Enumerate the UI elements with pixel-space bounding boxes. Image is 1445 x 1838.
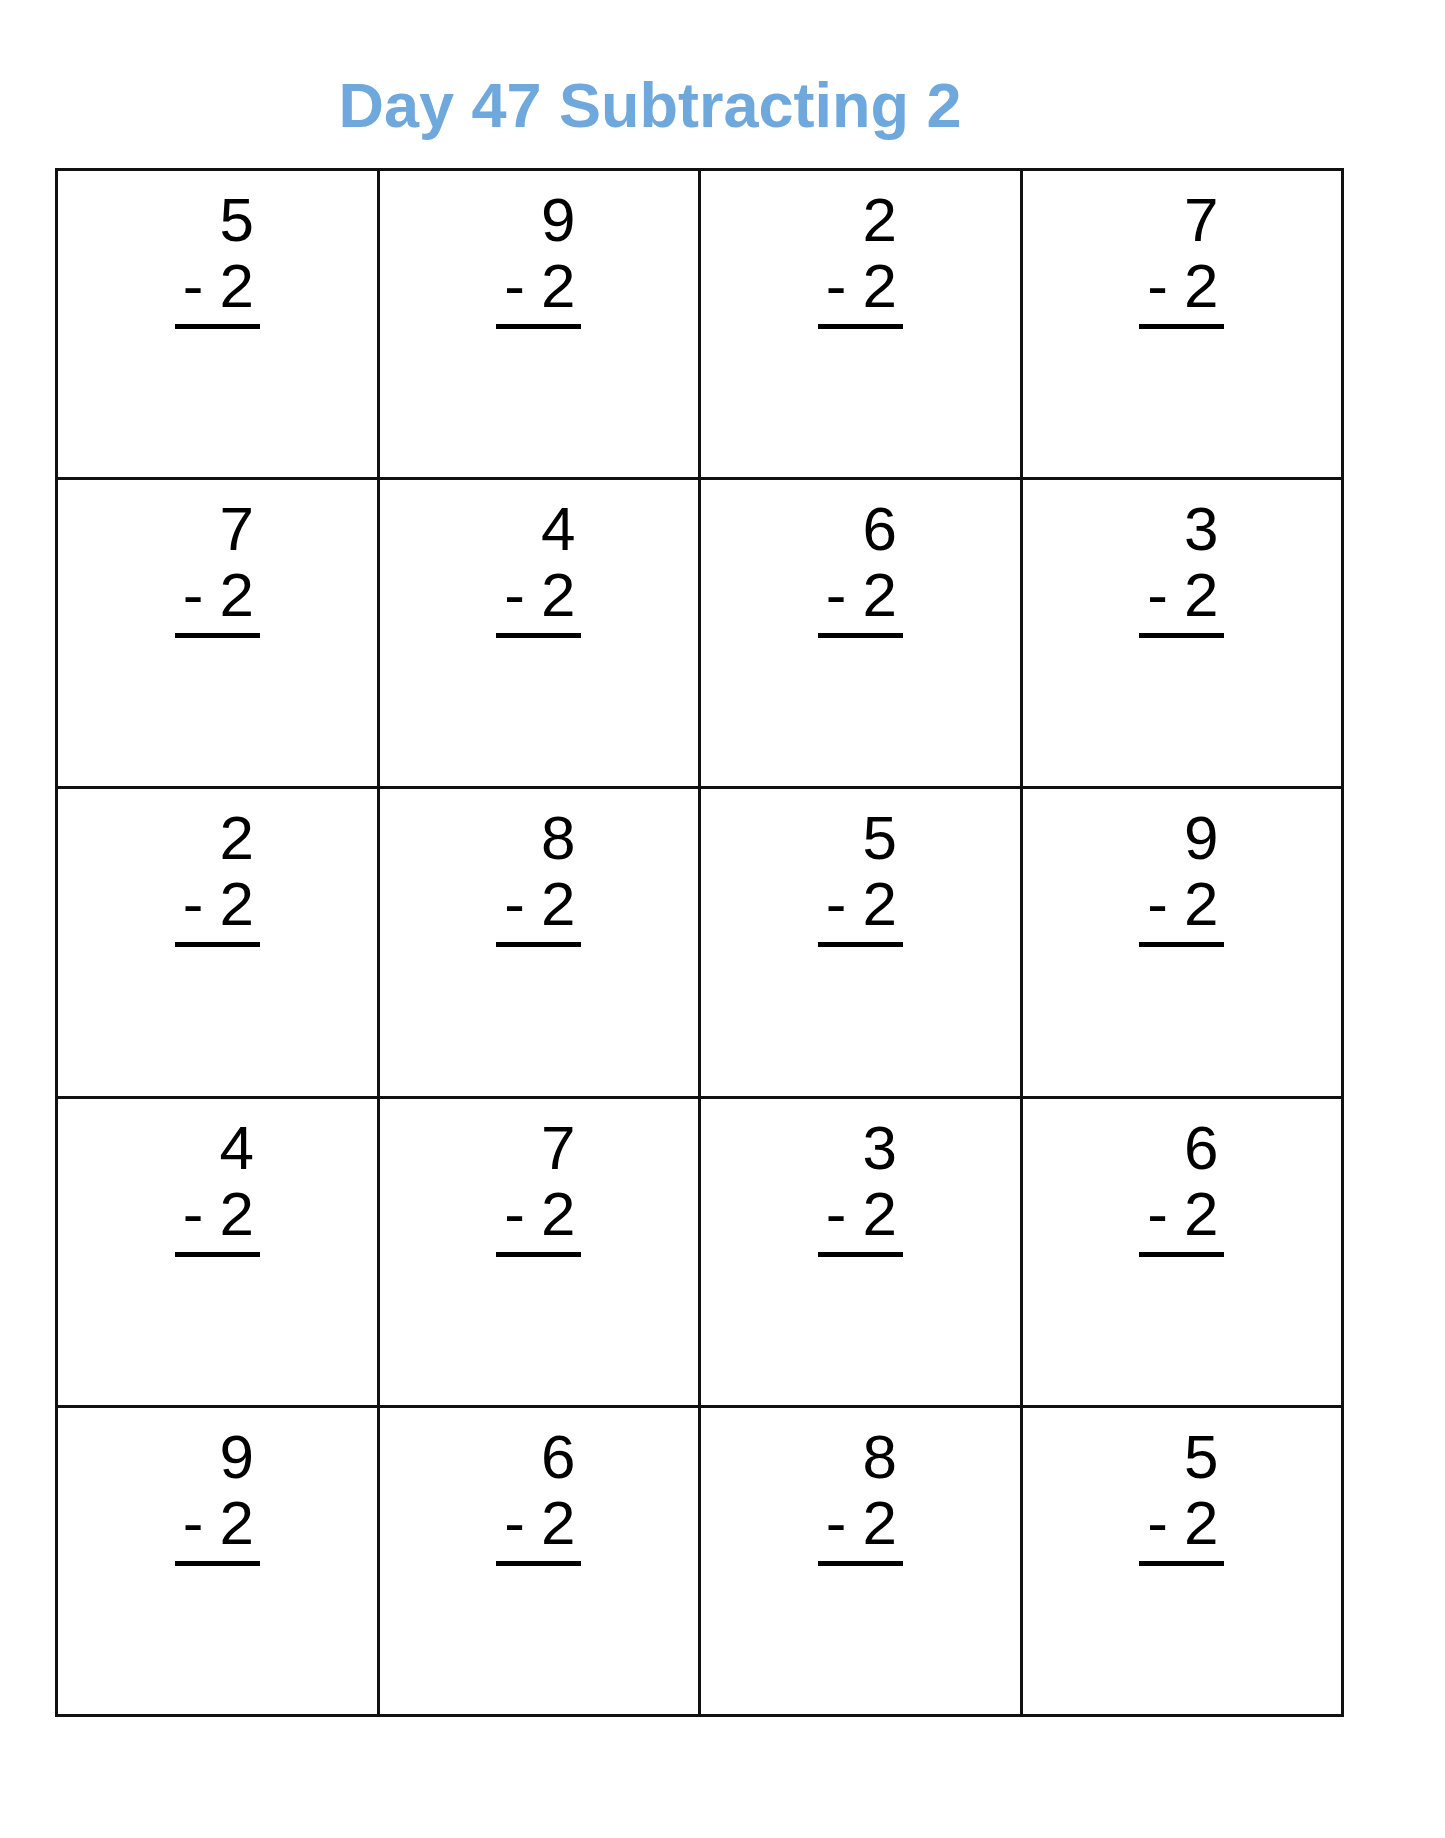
problem-cell: 9-2 xyxy=(1023,789,1342,1095)
subtrahend-line: -2 xyxy=(1139,1181,1224,1257)
subtrahend-line: -2 xyxy=(496,1181,581,1257)
subtrahend-line: -2 xyxy=(818,253,903,329)
minuend: 2 xyxy=(818,187,903,253)
subtrahend-line: -2 xyxy=(818,1490,903,1566)
subtraction-problem: 7-2 xyxy=(496,1115,581,1377)
subtraction-problem: 4-2 xyxy=(175,1115,260,1377)
minus-sign: - xyxy=(1147,560,1168,629)
problem-cell: 6-2 xyxy=(380,1408,699,1714)
problem-cell: 6-2 xyxy=(701,480,1020,786)
minuend: 6 xyxy=(1139,1115,1224,1181)
subtraction-problem: 8-2 xyxy=(496,805,581,1067)
answer-space xyxy=(818,1257,903,1377)
minuend: 7 xyxy=(1139,187,1224,253)
subtrahend: 2 xyxy=(1184,251,1218,320)
answer-space xyxy=(175,638,260,758)
minuend: 8 xyxy=(818,1424,903,1490)
problem-cell: 7-2 xyxy=(58,480,377,786)
subtrahend-line: -2 xyxy=(175,871,260,947)
problem-cell: 8-2 xyxy=(380,789,699,1095)
answer-space xyxy=(175,1566,260,1686)
subtrahend-line: -2 xyxy=(1139,562,1224,638)
subtrahend-line: -2 xyxy=(818,871,903,947)
minuend: 5 xyxy=(1139,1424,1224,1490)
answer-space xyxy=(818,947,903,1067)
minus-sign: - xyxy=(504,251,525,320)
subtraction-problem: 6-2 xyxy=(818,496,903,758)
answer-space xyxy=(1139,1257,1224,1377)
minus-sign: - xyxy=(1147,1488,1168,1557)
minuend: 6 xyxy=(496,1424,581,1490)
answer-space xyxy=(496,1257,581,1377)
minus-sign: - xyxy=(826,869,847,938)
minus-sign: - xyxy=(504,1179,525,1248)
subtraction-problem: 7-2 xyxy=(1139,187,1224,449)
problems-grid: 5-29-22-27-27-24-26-23-22-28-25-29-24-27… xyxy=(55,168,1344,1717)
minuend: 5 xyxy=(818,805,903,871)
subtrahend-line: -2 xyxy=(818,562,903,638)
problem-cell: 5-2 xyxy=(1023,1408,1342,1714)
subtraction-problem: 9-2 xyxy=(1139,805,1224,1067)
problem-cell: 8-2 xyxy=(701,1408,1020,1714)
subtraction-problem: 3-2 xyxy=(1139,496,1224,758)
minuend: 8 xyxy=(496,805,581,871)
minuend: 9 xyxy=(1139,805,1224,871)
answer-space xyxy=(1139,1566,1224,1686)
problem-cell: 9-2 xyxy=(380,171,699,477)
problem-cell: 3-2 xyxy=(701,1099,1020,1405)
subtraction-problem: 9-2 xyxy=(175,1424,260,1686)
subtrahend-line: -2 xyxy=(496,253,581,329)
minus-sign: - xyxy=(183,560,204,629)
problem-cell: 4-2 xyxy=(380,480,699,786)
answer-space xyxy=(175,1257,260,1377)
answer-space xyxy=(175,947,260,1067)
answer-space xyxy=(818,638,903,758)
subtraction-problem: 6-2 xyxy=(1139,1115,1224,1377)
problem-cell: 4-2 xyxy=(58,1099,377,1405)
minus-sign: - xyxy=(504,869,525,938)
answer-space xyxy=(496,1566,581,1686)
subtrahend-line: -2 xyxy=(496,1490,581,1566)
minus-sign: - xyxy=(183,251,204,320)
subtrahend-line: -2 xyxy=(175,1490,260,1566)
answer-space xyxy=(496,329,581,449)
minuend: 9 xyxy=(496,187,581,253)
subtraction-problem: 6-2 xyxy=(496,1424,581,1686)
minuend: 7 xyxy=(175,496,260,562)
problem-cell: 9-2 xyxy=(58,1408,377,1714)
answer-space xyxy=(1139,638,1224,758)
subtrahend: 2 xyxy=(862,869,896,938)
minus-sign: - xyxy=(504,560,525,629)
minuend: 5 xyxy=(175,187,260,253)
subtrahend-line: -2 xyxy=(1139,253,1224,329)
problem-cell: 2-2 xyxy=(701,171,1020,477)
subtrahend-line: -2 xyxy=(818,1181,903,1257)
subtrahend: 2 xyxy=(862,560,896,629)
minuend: 3 xyxy=(1139,496,1224,562)
subtraction-problem: 8-2 xyxy=(818,1424,903,1686)
subtrahend-line: -2 xyxy=(1139,1490,1224,1566)
answer-space xyxy=(496,638,581,758)
subtrahend: 2 xyxy=(541,1179,575,1248)
subtrahend: 2 xyxy=(1184,1179,1218,1248)
minus-sign: - xyxy=(183,869,204,938)
minus-sign: - xyxy=(1147,869,1168,938)
minuend: 4 xyxy=(175,1115,260,1181)
minuend: 3 xyxy=(818,1115,903,1181)
minuend: 7 xyxy=(496,1115,581,1181)
minus-sign: - xyxy=(826,1488,847,1557)
subtrahend-line: -2 xyxy=(175,253,260,329)
subtrahend: 2 xyxy=(862,1488,896,1557)
answer-space xyxy=(1139,947,1224,1067)
subtrahend: 2 xyxy=(1184,1488,1218,1557)
subtrahend: 2 xyxy=(219,560,253,629)
answer-space xyxy=(175,329,260,449)
subtrahend: 2 xyxy=(219,251,253,320)
subtrahend: 2 xyxy=(541,560,575,629)
worksheet-title: Day 47 Subtracting 2 xyxy=(0,70,1300,140)
subtrahend-line: -2 xyxy=(1139,871,1224,947)
subtraction-problem: 2-2 xyxy=(818,187,903,449)
answer-space xyxy=(1139,329,1224,449)
subtrahend: 2 xyxy=(1184,869,1218,938)
subtraction-problem: 5-2 xyxy=(175,187,260,449)
minuend: 9 xyxy=(175,1424,260,1490)
subtraction-problem: 5-2 xyxy=(1139,1424,1224,1686)
subtraction-problem: 4-2 xyxy=(496,496,581,758)
minus-sign: - xyxy=(504,1488,525,1557)
minus-sign: - xyxy=(826,560,847,629)
minus-sign: - xyxy=(826,251,847,320)
subtrahend: 2 xyxy=(219,869,253,938)
minus-sign: - xyxy=(1147,1179,1168,1248)
minuend: 4 xyxy=(496,496,581,562)
subtrahend: 2 xyxy=(541,251,575,320)
subtrahend: 2 xyxy=(219,1179,253,1248)
subtraction-problem: 7-2 xyxy=(175,496,260,758)
subtrahend: 2 xyxy=(541,1488,575,1557)
answer-space xyxy=(818,1566,903,1686)
subtrahend-line: -2 xyxy=(496,871,581,947)
subtrahend: 2 xyxy=(541,869,575,938)
subtraction-problem: 9-2 xyxy=(496,187,581,449)
minus-sign: - xyxy=(183,1179,204,1248)
subtrahend: 2 xyxy=(1184,560,1218,629)
minuend: 6 xyxy=(818,496,903,562)
subtrahend-line: -2 xyxy=(175,1181,260,1257)
minus-sign: - xyxy=(826,1179,847,1248)
subtrahend-line: -2 xyxy=(496,562,581,638)
subtraction-problem: 2-2 xyxy=(175,805,260,1067)
problem-cell: 7-2 xyxy=(1023,171,1342,477)
problem-cell: 5-2 xyxy=(701,789,1020,1095)
minus-sign: - xyxy=(1147,251,1168,320)
minus-sign: - xyxy=(183,1488,204,1557)
subtraction-problem: 5-2 xyxy=(818,805,903,1067)
problem-cell: 3-2 xyxy=(1023,480,1342,786)
problem-cell: 6-2 xyxy=(1023,1099,1342,1405)
subtrahend: 2 xyxy=(862,251,896,320)
subtrahend-line: -2 xyxy=(175,562,260,638)
subtraction-problem: 3-2 xyxy=(818,1115,903,1377)
subtrahend: 2 xyxy=(219,1488,253,1557)
subtrahend: 2 xyxy=(862,1179,896,1248)
answer-space xyxy=(818,329,903,449)
problem-cell: 7-2 xyxy=(380,1099,699,1405)
problem-cell: 5-2 xyxy=(58,171,377,477)
answer-space xyxy=(496,947,581,1067)
problem-cell: 2-2 xyxy=(58,789,377,1095)
minuend: 2 xyxy=(175,805,260,871)
